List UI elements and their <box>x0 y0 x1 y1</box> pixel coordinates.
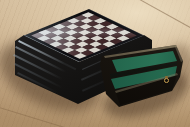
brass-handle-icon <box>163 76 170 84</box>
chess-box-photo <box>0 0 190 127</box>
handle-ring <box>164 78 169 83</box>
